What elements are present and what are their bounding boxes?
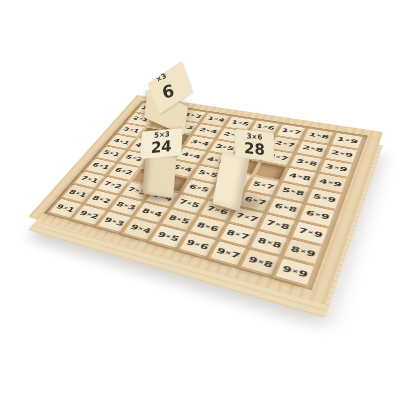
cube-9x7[interactable]: 9×7 bbox=[210, 241, 246, 265]
cube-24-answer-label: 24 bbox=[150, 139, 172, 156]
cube-9x8[interactable]: 9×8 bbox=[242, 250, 279, 275]
board-well: 1×11×21×31×41×51×61×71×81×92×12×32×42×52… bbox=[44, 101, 368, 291]
cube-9x4[interactable]: 9×4 bbox=[124, 219, 157, 240]
answer-cube-28[interactable]: 3×6 28 bbox=[208, 124, 282, 216]
cube-9x6[interactable]: 9×6 bbox=[180, 233, 215, 256]
cube-28-answer-face: 3×6 28 bbox=[235, 129, 274, 161]
cube-9x5[interactable]: 9×5 bbox=[151, 226, 185, 248]
cube-9x9[interactable]: 9×9 bbox=[276, 259, 314, 285]
cube-24-answer-face: 5×3 24 bbox=[140, 128, 182, 159]
cube-28-answer-label: 28 bbox=[244, 140, 265, 157]
product-photo-scene: 1×11×21×31×41×51×61×71×81×92×12×32×42×52… bbox=[0, 0, 400, 400]
answer-cube-24[interactable]: 5×3 24 bbox=[134, 126, 194, 202]
cube-24-side-face bbox=[142, 152, 176, 199]
